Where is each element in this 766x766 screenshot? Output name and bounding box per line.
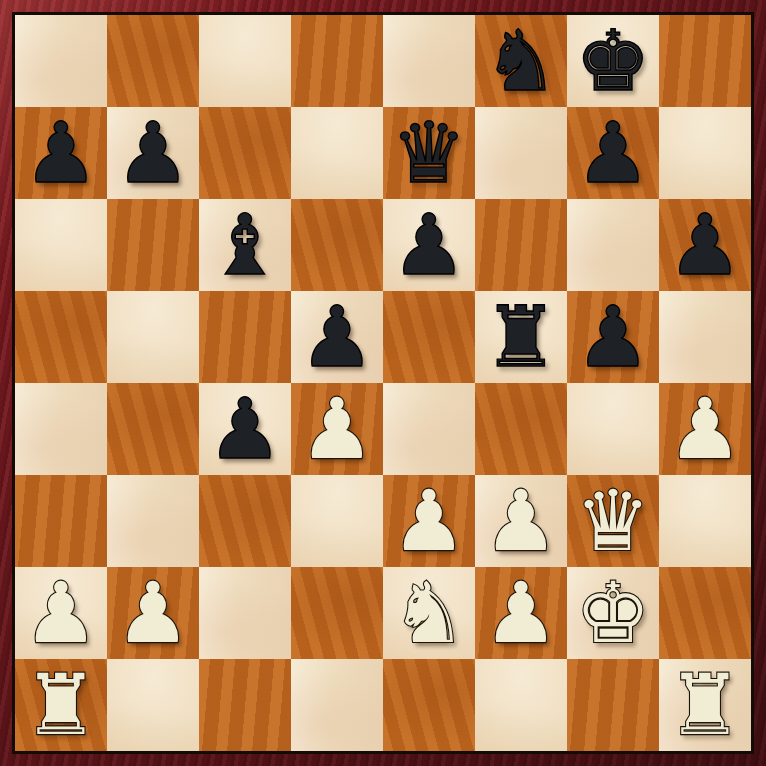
square-h7[interactable] xyxy=(659,107,751,199)
square-a5[interactable] xyxy=(15,291,107,383)
square-f5[interactable]: ♜ xyxy=(475,291,567,383)
square-f7[interactable] xyxy=(475,107,567,199)
black-knight[interactable]: ♞ xyxy=(483,19,558,103)
square-e5[interactable] xyxy=(383,291,475,383)
square-d3[interactable] xyxy=(291,475,383,567)
square-f1[interactable] xyxy=(475,659,567,751)
square-b1[interactable] xyxy=(107,659,199,751)
square-e6[interactable]: ♟ xyxy=(383,199,475,291)
square-c3[interactable] xyxy=(199,475,291,567)
black-pawn[interactable]: ♟ xyxy=(23,111,98,195)
black-queen[interactable]: ♛ xyxy=(391,111,466,195)
square-e8[interactable] xyxy=(383,15,475,107)
white-king[interactable]: ♚ xyxy=(575,571,650,655)
square-d6[interactable] xyxy=(291,199,383,291)
black-rook[interactable]: ♜ xyxy=(483,295,558,379)
board-frame: ♞♚♟♟♛♟♝♟♟♟♜♟♟♟♟♟♟♛♟♟♞♟♚♜♜ xyxy=(0,0,766,766)
square-e1[interactable] xyxy=(383,659,475,751)
white-queen[interactable]: ♛ xyxy=(575,479,650,563)
square-g4[interactable] xyxy=(567,383,659,475)
square-h3[interactable] xyxy=(659,475,751,567)
black-pawn[interactable]: ♟ xyxy=(299,295,374,379)
square-b7[interactable]: ♟ xyxy=(107,107,199,199)
white-pawn[interactable]: ♟ xyxy=(483,571,558,655)
square-e3[interactable]: ♟ xyxy=(383,475,475,567)
square-f4[interactable] xyxy=(475,383,567,475)
chess-board: ♞♚♟♟♛♟♝♟♟♟♜♟♟♟♟♟♟♛♟♟♞♟♚♜♜ xyxy=(12,12,754,754)
square-a1[interactable]: ♜ xyxy=(15,659,107,751)
square-d1[interactable] xyxy=(291,659,383,751)
white-pawn[interactable]: ♟ xyxy=(23,571,98,655)
square-f3[interactable]: ♟ xyxy=(475,475,567,567)
chess-app: ♞♚♟♟♛♟♝♟♟♟♜♟♟♟♟♟♟♛♟♟♞♟♚♜♜ xyxy=(0,0,766,766)
square-e2[interactable]: ♞ xyxy=(383,567,475,659)
square-g3[interactable]: ♛ xyxy=(567,475,659,567)
square-f6[interactable] xyxy=(475,199,567,291)
white-pawn[interactable]: ♟ xyxy=(483,479,558,563)
square-h2[interactable] xyxy=(659,567,751,659)
square-g7[interactable]: ♟ xyxy=(567,107,659,199)
square-d7[interactable] xyxy=(291,107,383,199)
square-b8[interactable] xyxy=(107,15,199,107)
square-h6[interactable]: ♟ xyxy=(659,199,751,291)
square-b4[interactable] xyxy=(107,383,199,475)
black-pawn[interactable]: ♟ xyxy=(391,203,466,287)
square-b3[interactable] xyxy=(107,475,199,567)
white-rook[interactable]: ♜ xyxy=(23,663,98,747)
square-c4[interactable]: ♟ xyxy=(199,383,291,475)
square-d8[interactable] xyxy=(291,15,383,107)
square-c5[interactable] xyxy=(199,291,291,383)
square-a8[interactable] xyxy=(15,15,107,107)
black-pawn[interactable]: ♟ xyxy=(115,111,190,195)
square-h1[interactable]: ♜ xyxy=(659,659,751,751)
square-a4[interactable] xyxy=(15,383,107,475)
square-d5[interactable]: ♟ xyxy=(291,291,383,383)
square-a3[interactable] xyxy=(15,475,107,567)
square-c2[interactable] xyxy=(199,567,291,659)
square-c8[interactable] xyxy=(199,15,291,107)
square-d2[interactable] xyxy=(291,567,383,659)
square-a2[interactable]: ♟ xyxy=(15,567,107,659)
white-rook[interactable]: ♜ xyxy=(667,663,742,747)
square-c6[interactable]: ♝ xyxy=(199,199,291,291)
square-f2[interactable]: ♟ xyxy=(475,567,567,659)
square-g6[interactable] xyxy=(567,199,659,291)
square-h4[interactable]: ♟ xyxy=(659,383,751,475)
square-a7[interactable]: ♟ xyxy=(15,107,107,199)
square-d4[interactable]: ♟ xyxy=(291,383,383,475)
black-pawn[interactable]: ♟ xyxy=(207,387,282,471)
square-g8[interactable]: ♚ xyxy=(567,15,659,107)
white-pawn[interactable]: ♟ xyxy=(299,387,374,471)
white-pawn[interactable]: ♟ xyxy=(115,571,190,655)
square-g5[interactable]: ♟ xyxy=(567,291,659,383)
black-pawn[interactable]: ♟ xyxy=(667,203,742,287)
square-e4[interactable] xyxy=(383,383,475,475)
white-pawn[interactable]: ♟ xyxy=(391,479,466,563)
square-f8[interactable]: ♞ xyxy=(475,15,567,107)
white-pawn[interactable]: ♟ xyxy=(667,387,742,471)
black-bishop[interactable]: ♝ xyxy=(207,203,282,287)
square-g2[interactable]: ♚ xyxy=(567,567,659,659)
square-e7[interactable]: ♛ xyxy=(383,107,475,199)
square-h8[interactable] xyxy=(659,15,751,107)
square-b2[interactable]: ♟ xyxy=(107,567,199,659)
black-king[interactable]: ♚ xyxy=(575,19,650,103)
square-b6[interactable] xyxy=(107,199,199,291)
black-pawn[interactable]: ♟ xyxy=(575,295,650,379)
square-a6[interactable] xyxy=(15,199,107,291)
black-pawn[interactable]: ♟ xyxy=(575,111,650,195)
square-g1[interactable] xyxy=(567,659,659,751)
white-knight[interactable]: ♞ xyxy=(391,571,466,655)
square-c7[interactable] xyxy=(199,107,291,199)
square-c1[interactable] xyxy=(199,659,291,751)
square-b5[interactable] xyxy=(107,291,199,383)
square-h5[interactable] xyxy=(659,291,751,383)
